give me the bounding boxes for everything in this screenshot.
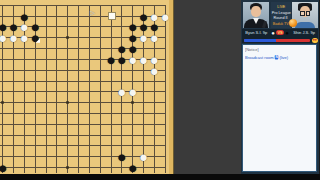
board-intersection[interactable] bbox=[62, 119, 73, 130]
board-intersection[interactable] bbox=[41, 21, 52, 32]
board-intersection[interactable] bbox=[30, 86, 41, 97]
board-intersection[interactable] bbox=[138, 86, 149, 97]
board-intersection[interactable] bbox=[149, 97, 160, 108]
board-intersection[interactable] bbox=[106, 151, 117, 162]
board-intersection[interactable] bbox=[51, 76, 62, 87]
board-intersection[interactable] bbox=[51, 130, 62, 141]
board-intersection[interactable] bbox=[8, 76, 19, 87]
board-intersection[interactable] bbox=[106, 86, 117, 97]
board-intersection[interactable] bbox=[8, 130, 19, 141]
board-intersection[interactable] bbox=[95, 54, 106, 65]
board-intersection[interactable] bbox=[19, 76, 30, 87]
board-intersection[interactable] bbox=[95, 21, 106, 32]
board-intersection[interactable] bbox=[41, 32, 52, 43]
board-intersection[interactable] bbox=[73, 97, 84, 108]
board-intersection[interactable] bbox=[8, 141, 19, 152]
chat-panel[interactable]: [Notice] Broadcast room N (live) bbox=[242, 44, 317, 172]
board-intersection[interactable] bbox=[84, 43, 95, 54]
board-intersection[interactable] bbox=[116, 11, 127, 22]
board-intersection[interactable] bbox=[41, 97, 52, 108]
board-intersection[interactable] bbox=[8, 162, 19, 173]
board-intersection[interactable] bbox=[84, 21, 95, 32]
board-intersection[interactable] bbox=[41, 43, 52, 54]
board-intersection[interactable] bbox=[19, 97, 30, 108]
board-intersection[interactable] bbox=[73, 151, 84, 162]
board-intersection[interactable] bbox=[41, 108, 52, 119]
white-stone: ● bbox=[138, 151, 149, 162]
board-intersection[interactable] bbox=[73, 0, 84, 11]
cheer-button[interactable]: ♥♥ bbox=[312, 38, 319, 43]
board-intersection[interactable] bbox=[73, 119, 84, 130]
board-intersection[interactable] bbox=[95, 141, 106, 152]
board-intersection[interactable] bbox=[106, 130, 117, 141]
tournament-info: LIVE Pro League Round 8 Baduk TV bbox=[271, 2, 291, 28]
board-intersection[interactable] bbox=[30, 0, 41, 11]
board-intersection[interactable] bbox=[30, 151, 41, 162]
board-intersection[interactable] bbox=[95, 11, 106, 22]
board-intersection[interactable] bbox=[30, 162, 41, 173]
chat-message-suffix: (live) bbox=[279, 55, 288, 60]
white-stone: ● bbox=[116, 86, 127, 97]
side-panel: LIVE Pro League Round 8 Baduk TV Byun S.… bbox=[241, 0, 319, 174]
board-intersection[interactable] bbox=[106, 141, 117, 152]
board-intersection[interactable] bbox=[106, 0, 117, 11]
white-stone: ● bbox=[127, 86, 138, 97]
board-intersection[interactable] bbox=[95, 0, 106, 11]
board-intersection[interactable] bbox=[19, 151, 30, 162]
black-stone: ● bbox=[127, 162, 138, 173]
glasses-icon bbox=[300, 11, 310, 14]
board-intersection[interactable] bbox=[84, 141, 95, 152]
board-intersection[interactable] bbox=[62, 130, 73, 141]
board-intersection[interactable] bbox=[106, 162, 117, 173]
board-intersection[interactable] bbox=[62, 43, 73, 54]
board-intersection[interactable] bbox=[30, 141, 41, 152]
board-intersection[interactable] bbox=[41, 151, 52, 162]
board-intersection[interactable] bbox=[19, 162, 30, 173]
board-intersection[interactable] bbox=[51, 151, 62, 162]
goban-grid: ●●●●●●●●●●●●●●●●●●●●●●●●●●●●●●●● bbox=[0, 0, 171, 173]
board-intersection[interactable] bbox=[84, 119, 95, 130]
board-intersection[interactable] bbox=[84, 151, 95, 162]
board-intersection[interactable] bbox=[149, 108, 160, 119]
board-intersection[interactable] bbox=[73, 162, 84, 173]
board-intersection[interactable] bbox=[73, 65, 84, 76]
board-intersection[interactable] bbox=[8, 86, 19, 97]
board-intersection[interactable] bbox=[73, 54, 84, 65]
board-intersection[interactable] bbox=[0, 54, 8, 65]
board-intersection[interactable] bbox=[73, 86, 84, 97]
board-intersection[interactable] bbox=[95, 86, 106, 97]
board-intersection[interactable] bbox=[149, 151, 160, 162]
white-square-marker bbox=[108, 12, 117, 21]
cheer-gauge-blue bbox=[244, 39, 276, 43]
right-player-shirt bbox=[295, 22, 315, 28]
board-intersection[interactable] bbox=[73, 32, 84, 43]
board-intersection[interactable] bbox=[0, 65, 8, 76]
board-intersection[interactable] bbox=[116, 108, 127, 119]
board-intersection[interactable] bbox=[84, 65, 95, 76]
board-intersection[interactable] bbox=[73, 43, 84, 54]
board-intersection[interactable] bbox=[51, 119, 62, 130]
board-intersection[interactable] bbox=[116, 21, 127, 32]
board-intersection[interactable] bbox=[8, 54, 19, 65]
board-intersection[interactable] bbox=[84, 97, 95, 108]
left-player-photo bbox=[243, 2, 269, 28]
board-intersection[interactable] bbox=[95, 119, 106, 130]
board-intersection[interactable] bbox=[95, 162, 106, 173]
board-intersection[interactable] bbox=[116, 119, 127, 130]
board-intersection[interactable] bbox=[62, 86, 73, 97]
board-intersection[interactable] bbox=[8, 0, 19, 11]
board-intersection[interactable] bbox=[127, 108, 138, 119]
board-intersection[interactable] bbox=[62, 54, 73, 65]
board-intersection[interactable] bbox=[127, 141, 138, 152]
board-intersection[interactable] bbox=[95, 108, 106, 119]
board-intersection[interactable] bbox=[51, 141, 62, 152]
star-point bbox=[131, 101, 134, 104]
board-intersection[interactable] bbox=[0, 76, 8, 87]
go-board: ●●●●●●●●●●●●●●●●●●●●●●●●●●●●●●●● ▷ bbox=[0, 0, 174, 180]
white-stone: ● bbox=[149, 32, 160, 43]
board-intersection[interactable] bbox=[116, 130, 127, 141]
board-intersection[interactable] bbox=[0, 86, 8, 97]
board-intersection[interactable] bbox=[62, 11, 73, 22]
board-intersection[interactable] bbox=[95, 65, 106, 76]
board-right-edge bbox=[169, 0, 174, 180]
board-intersection[interactable] bbox=[19, 54, 30, 65]
n-badge-icon: N bbox=[274, 55, 278, 59]
board-intersection[interactable] bbox=[19, 108, 30, 119]
board-intersection[interactable] bbox=[8, 151, 19, 162]
board-intersection[interactable] bbox=[41, 0, 52, 11]
board-intersection[interactable] bbox=[30, 65, 41, 76]
star-point bbox=[66, 166, 69, 169]
board-intersection[interactable] bbox=[62, 108, 73, 119]
board-intersection[interactable] bbox=[127, 0, 138, 11]
board-intersection[interactable] bbox=[73, 21, 84, 32]
star-point bbox=[66, 101, 69, 104]
board-intersection[interactable] bbox=[62, 0, 73, 11]
board-intersection[interactable] bbox=[19, 130, 30, 141]
board-intersection[interactable] bbox=[0, 108, 8, 119]
white-stone: ● bbox=[0, 32, 8, 43]
last-move-triangle-marker bbox=[36, 38, 41, 43]
board-intersection[interactable] bbox=[51, 0, 62, 11]
board-intersection[interactable] bbox=[62, 76, 73, 87]
board-intersection[interactable] bbox=[84, 130, 95, 141]
board-intersection[interactable] bbox=[51, 108, 62, 119]
board-intersection[interactable] bbox=[51, 21, 62, 32]
board-intersection[interactable] bbox=[30, 108, 41, 119]
board-intersection[interactable] bbox=[106, 97, 117, 108]
left-player-name: Byun S.I. 9p bbox=[245, 31, 267, 36]
board-intersection[interactable] bbox=[51, 32, 62, 43]
player-name-bar: Byun S.I. 9p ● VS ● Shin J.S. 9p bbox=[242, 29, 318, 37]
board-intersection[interactable] bbox=[95, 32, 106, 43]
board-intersection[interactable] bbox=[51, 54, 62, 65]
board-intersection[interactable] bbox=[106, 32, 117, 43]
board-intersection[interactable] bbox=[84, 76, 95, 87]
board-intersection[interactable] bbox=[41, 54, 52, 65]
board-intersection[interactable] bbox=[138, 76, 149, 87]
left-player-face bbox=[251, 6, 261, 17]
board-intersection[interactable] bbox=[138, 97, 149, 108]
info-line: Baduk TV bbox=[273, 21, 289, 26]
board-intersection[interactable] bbox=[84, 54, 95, 65]
board-intersection[interactable] bbox=[41, 141, 52, 152]
board-intersection[interactable] bbox=[0, 0, 8, 11]
board-intersection[interactable] bbox=[8, 108, 19, 119]
vs-group: ● VS ● bbox=[271, 30, 289, 36]
board-intersection[interactable] bbox=[73, 76, 84, 87]
board-intersection[interactable] bbox=[51, 11, 62, 22]
board-intersection[interactable] bbox=[0, 119, 8, 130]
board-intersection[interactable] bbox=[106, 108, 117, 119]
board-intersection[interactable] bbox=[62, 21, 73, 32]
board-intersection[interactable] bbox=[106, 119, 117, 130]
board-intersection[interactable] bbox=[127, 130, 138, 141]
white-stone: ● bbox=[149, 65, 160, 76]
letterbox-bar bbox=[0, 174, 320, 180]
white-stone: ● bbox=[127, 54, 138, 65]
board-intersection[interactable] bbox=[95, 151, 106, 162]
board-intersection[interactable] bbox=[19, 119, 30, 130]
info-line: Pro League bbox=[271, 10, 290, 15]
board-intersection[interactable] bbox=[73, 108, 84, 119]
board-intersection[interactable] bbox=[138, 119, 149, 130]
board-intersection[interactable] bbox=[51, 65, 62, 76]
board-intersection[interactable] bbox=[95, 130, 106, 141]
board-intersection[interactable] bbox=[149, 86, 160, 97]
black-stone: ● bbox=[0, 162, 8, 173]
board-intersection[interactable] bbox=[41, 130, 52, 141]
board-intersection[interactable] bbox=[149, 130, 160, 141]
board-intersection[interactable] bbox=[138, 108, 149, 119]
board-intersection[interactable] bbox=[41, 119, 52, 130]
white-stone-icon: ● bbox=[271, 30, 275, 36]
board-intersection[interactable] bbox=[127, 119, 138, 130]
board-intersection[interactable] bbox=[84, 162, 95, 173]
board-intersection[interactable] bbox=[8, 65, 19, 76]
board-intersection[interactable] bbox=[19, 65, 30, 76]
chat-message-line: Broadcast room N (live) bbox=[245, 55, 307, 60]
white-stone: ● bbox=[138, 32, 149, 43]
black-stone: ● bbox=[30, 32, 41, 43]
board-intersection[interactable] bbox=[41, 76, 52, 87]
chat-notice-line: [Notice] bbox=[245, 47, 307, 52]
board-intersection[interactable] bbox=[73, 141, 84, 152]
right-player-name: Shin J.S. 9p bbox=[293, 31, 315, 36]
go-broadcast-screen: ●●●●●●●●●●●●●●●●●●●●●●●●●●●●●●●● ▷ LIVE … bbox=[0, 0, 320, 180]
board-intersection[interactable] bbox=[95, 97, 106, 108]
board-intersection[interactable] bbox=[8, 119, 19, 130]
board-intersection[interactable] bbox=[0, 141, 8, 152]
board-intersection[interactable] bbox=[41, 86, 52, 97]
black-stone: ● bbox=[106, 54, 117, 65]
mouse-cursor-icon: ▷ bbox=[90, 9, 95, 17]
cheer-gauge-row: ♥♥ bbox=[242, 37, 318, 43]
black-stone: ● bbox=[116, 151, 127, 162]
board-intersection[interactable] bbox=[149, 119, 160, 130]
white-stone: ● bbox=[138, 54, 149, 65]
board-intersection[interactable] bbox=[95, 76, 106, 87]
board-intersection[interactable] bbox=[30, 119, 41, 130]
board-intersection[interactable] bbox=[19, 86, 30, 97]
board-intersection[interactable] bbox=[84, 32, 95, 43]
black-stone: ● bbox=[116, 54, 127, 65]
board-intersection[interactable] bbox=[41, 162, 52, 173]
info-line: LIVE bbox=[277, 4, 285, 9]
board-intersection[interactable] bbox=[73, 130, 84, 141]
orange-stone-logo-icon bbox=[289, 19, 297, 27]
board-intersection[interactable] bbox=[106, 21, 117, 32]
white-stone: ● bbox=[19, 32, 30, 43]
board-intersection[interactable] bbox=[95, 43, 106, 54]
board-intersection[interactable] bbox=[8, 97, 19, 108]
black-stone-icon: ● bbox=[285, 30, 289, 36]
board-intersection[interactable] bbox=[19, 141, 30, 152]
board-intersection[interactable] bbox=[106, 76, 117, 87]
info-line: Round 8 bbox=[274, 15, 288, 20]
board-intersection[interactable] bbox=[51, 97, 62, 108]
board-intersection[interactable] bbox=[62, 141, 73, 152]
board-intersection[interactable] bbox=[51, 86, 62, 97]
board-intersection[interactable] bbox=[30, 76, 41, 87]
board-intersection[interactable] bbox=[62, 65, 73, 76]
board-intersection[interactable] bbox=[138, 130, 149, 141]
board-intersection[interactable] bbox=[41, 65, 52, 76]
board-intersection[interactable] bbox=[51, 43, 62, 54]
board-intersection[interactable] bbox=[149, 141, 160, 152]
board-intersection[interactable] bbox=[62, 151, 73, 162]
cheer-gauge bbox=[244, 39, 310, 43]
board-intersection[interactable] bbox=[0, 130, 8, 141]
star-point bbox=[66, 36, 69, 39]
board-intersection[interactable] bbox=[84, 86, 95, 97]
chat-message-text: Broadcast room bbox=[245, 55, 274, 60]
star-point bbox=[1, 101, 4, 104]
board-intersection[interactable] bbox=[84, 108, 95, 119]
board-intersection[interactable] bbox=[73, 11, 84, 22]
vs-badge: VS bbox=[276, 30, 284, 35]
white-stone: ● bbox=[8, 32, 19, 43]
board-intersection[interactable] bbox=[116, 0, 127, 11]
board-intersection[interactable] bbox=[51, 162, 62, 173]
board-intersection[interactable] bbox=[41, 11, 52, 22]
board-intersection[interactable] bbox=[30, 130, 41, 141]
board-intersection[interactable] bbox=[30, 54, 41, 65]
board-intersection[interactable] bbox=[149, 162, 160, 173]
board-intersection[interactable] bbox=[30, 97, 41, 108]
